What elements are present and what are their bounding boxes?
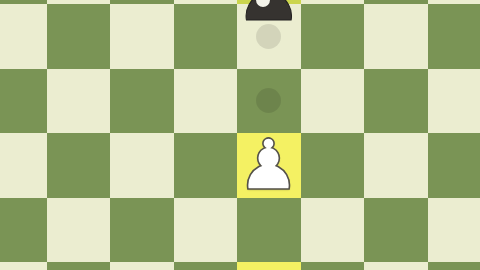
white-pawn-e4[interactable]: ♟ (237, 133, 301, 198)
square-b3[interactable] (47, 198, 111, 263)
square-c4[interactable] (110, 133, 174, 198)
square-a6[interactable] (0, 4, 47, 69)
square-a3[interactable] (0, 198, 47, 263)
black-pawn-e7[interactable]: ♟ (237, 0, 301, 26)
square-h3[interactable] (428, 198, 480, 263)
square-d6[interactable] (174, 4, 238, 69)
square-f3[interactable] (301, 198, 365, 263)
square-c5[interactable] (110, 69, 174, 134)
square-b5[interactable] (47, 69, 111, 134)
square-d2[interactable] (174, 262, 238, 270)
square-g2[interactable] (364, 262, 428, 270)
square-h2[interactable] (428, 262, 480, 270)
square-g6[interactable] (364, 4, 428, 69)
square-g3[interactable] (364, 198, 428, 263)
square-e3[interactable] (237, 198, 301, 263)
square-b4[interactable] (47, 133, 111, 198)
square-e2[interactable] (237, 262, 301, 270)
square-a4[interactable] (0, 133, 47, 198)
square-h5[interactable] (428, 69, 480, 134)
square-c3[interactable] (110, 198, 174, 263)
square-a2[interactable] (0, 262, 47, 270)
square-b6[interactable] (47, 4, 111, 69)
square-d3[interactable] (174, 198, 238, 263)
chessboard-frame: ♟♟ (0, 0, 480, 270)
square-h6[interactable] (428, 4, 480, 69)
square-a5[interactable] (0, 69, 47, 134)
square-g4[interactable] (364, 133, 428, 198)
square-c2[interactable] (110, 262, 174, 270)
square-d4[interactable] (174, 133, 238, 198)
square-c6[interactable] (110, 4, 174, 69)
square-h4[interactable] (428, 133, 480, 198)
square-f2[interactable] (301, 262, 365, 270)
square-f5[interactable] (301, 69, 365, 134)
square-b2[interactable] (47, 262, 111, 270)
square-g5[interactable] (364, 69, 428, 134)
square-d5[interactable] (174, 69, 238, 134)
square-f4[interactable] (301, 133, 365, 198)
square-f6[interactable] (301, 4, 365, 69)
